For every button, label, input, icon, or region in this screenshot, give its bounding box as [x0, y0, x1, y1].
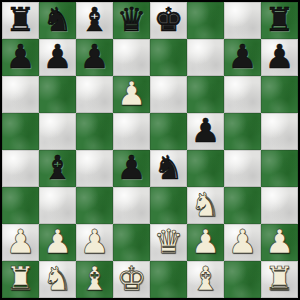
white-pawn: ♟	[228, 224, 258, 260]
square-g5[interactable]	[224, 113, 261, 150]
square-b2[interactable]: ♟	[39, 224, 76, 261]
black-pawn: ♟	[117, 150, 147, 186]
white-pawn: ♟	[191, 224, 221, 260]
black-pawn: ♟	[80, 39, 110, 75]
white-knight: ♞	[43, 261, 73, 297]
board-grid: ♜♞♝♛♚♜♟♟♟♟♟♟♟♝♟♞♞♟♟♟♛♟♟♟♜♞♝♚♝♜	[2, 2, 298, 298]
square-h7[interactable]: ♟	[261, 39, 298, 76]
square-e2[interactable]: ♛	[150, 224, 187, 261]
black-pawn: ♟	[265, 39, 295, 75]
square-h6[interactable]	[261, 76, 298, 113]
square-h5[interactable]	[261, 113, 298, 150]
square-f7[interactable]	[187, 39, 224, 76]
black-knight: ♞	[154, 150, 184, 186]
square-c2[interactable]: ♟	[76, 224, 113, 261]
chessboard: ♜♞♝♛♚♜♟♟♟♟♟♟♟♝♟♞♞♟♟♟♛♟♟♟♜♞♝♚♝♜	[0, 0, 300, 300]
square-d4[interactable]: ♟	[113, 150, 150, 187]
square-g7[interactable]: ♟	[224, 39, 261, 76]
square-f3[interactable]: ♞	[187, 187, 224, 224]
square-g2[interactable]: ♟	[224, 224, 261, 261]
square-f6[interactable]	[187, 76, 224, 113]
square-b7[interactable]: ♟	[39, 39, 76, 76]
square-c3[interactable]	[76, 187, 113, 224]
square-f8[interactable]	[187, 2, 224, 39]
black-queen: ♛	[117, 2, 147, 38]
square-a1[interactable]: ♜	[2, 261, 39, 298]
black-bishop: ♝	[43, 150, 73, 186]
square-e3[interactable]	[150, 187, 187, 224]
square-h1[interactable]: ♜	[261, 261, 298, 298]
black-pawn: ♟	[191, 113, 221, 149]
white-rook: ♜	[265, 261, 295, 297]
square-b1[interactable]: ♞	[39, 261, 76, 298]
square-d1[interactable]: ♚	[113, 261, 150, 298]
square-c1[interactable]: ♝	[76, 261, 113, 298]
square-g6[interactable]	[224, 76, 261, 113]
square-c4[interactable]	[76, 150, 113, 187]
square-e8[interactable]: ♚	[150, 2, 187, 39]
square-b8[interactable]: ♞	[39, 2, 76, 39]
square-c5[interactable]	[76, 113, 113, 150]
square-b3[interactable]	[39, 187, 76, 224]
white-bishop: ♝	[191, 261, 221, 297]
square-h2[interactable]: ♟	[261, 224, 298, 261]
square-h8[interactable]: ♜	[261, 2, 298, 39]
square-e6[interactable]	[150, 76, 187, 113]
square-e1[interactable]	[150, 261, 187, 298]
square-a4[interactable]	[2, 150, 39, 187]
white-pawn: ♟	[265, 224, 295, 260]
white-bishop: ♝	[80, 261, 110, 297]
square-f4[interactable]	[187, 150, 224, 187]
white-pawn: ♟	[80, 224, 110, 260]
white-rook: ♜	[6, 261, 36, 297]
white-queen: ♛	[154, 224, 184, 260]
square-a8[interactable]: ♜	[2, 2, 39, 39]
white-knight: ♞	[191, 187, 221, 223]
square-g8[interactable]	[224, 2, 261, 39]
square-a3[interactable]	[2, 187, 39, 224]
square-d7[interactable]	[113, 39, 150, 76]
square-d8[interactable]: ♛	[113, 2, 150, 39]
square-b5[interactable]	[39, 113, 76, 150]
square-f2[interactable]: ♟	[187, 224, 224, 261]
square-c7[interactable]: ♟	[76, 39, 113, 76]
black-king: ♚	[154, 2, 184, 38]
square-c6[interactable]	[76, 76, 113, 113]
square-f1[interactable]: ♝	[187, 261, 224, 298]
square-d5[interactable]	[113, 113, 150, 150]
square-d2[interactable]	[113, 224, 150, 261]
white-king: ♚	[117, 261, 147, 297]
square-b4[interactable]: ♝	[39, 150, 76, 187]
black-pawn: ♟	[43, 39, 73, 75]
black-knight: ♞	[43, 2, 73, 38]
black-pawn: ♟	[228, 39, 258, 75]
square-e4[interactable]: ♞	[150, 150, 187, 187]
black-rook: ♜	[265, 2, 295, 38]
black-bishop: ♝	[80, 2, 110, 38]
black-rook: ♜	[6, 2, 36, 38]
square-b6[interactable]	[39, 76, 76, 113]
square-c8[interactable]: ♝	[76, 2, 113, 39]
square-g4[interactable]	[224, 150, 261, 187]
square-h3[interactable]	[261, 187, 298, 224]
square-a7[interactable]: ♟	[2, 39, 39, 76]
square-g1[interactable]	[224, 261, 261, 298]
square-e7[interactable]	[150, 39, 187, 76]
square-g3[interactable]	[224, 187, 261, 224]
square-a2[interactable]: ♟	[2, 224, 39, 261]
square-d6[interactable]: ♟	[113, 76, 150, 113]
white-pawn: ♟	[43, 224, 73, 260]
white-pawn: ♟	[117, 76, 147, 112]
square-h4[interactable]	[261, 150, 298, 187]
square-d3[interactable]	[113, 187, 150, 224]
square-a5[interactable]	[2, 113, 39, 150]
square-f5[interactable]: ♟	[187, 113, 224, 150]
black-pawn: ♟	[6, 39, 36, 75]
square-e5[interactable]	[150, 113, 187, 150]
white-pawn: ♟	[6, 224, 36, 260]
square-a6[interactable]	[2, 76, 39, 113]
